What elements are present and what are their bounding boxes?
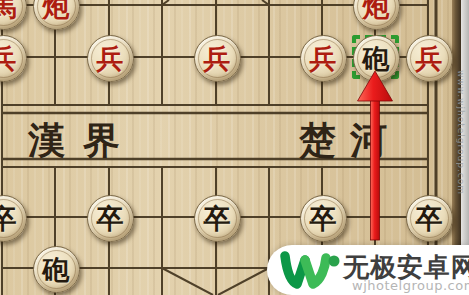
xiangqi-piece-black[interactable]: 卒 — [87, 195, 134, 242]
xiangqi-piece-red[interactable]: 兵 — [0, 35, 27, 82]
piece-glyph: 炮 — [354, 0, 399, 29]
xiangqi-piece-red[interactable]: 炮 — [353, 0, 400, 30]
piece-glyph: 馬 — [0, 0, 26, 29]
watermark-card: 无极安卓网 wjhotelgroup.com — [267, 245, 469, 295]
piece-glyph: 卒 — [88, 196, 133, 241]
xiangqi-piece-black[interactable]: 卒 — [194, 195, 241, 242]
river-label-hanjie: 漢界 — [28, 119, 138, 161]
river-label-chuhe: 楚河 — [299, 119, 401, 161]
xiangqi-piece-red[interactable]: 兵 — [87, 35, 134, 82]
xiangqi-piece-red[interactable]: 兵 — [406, 35, 453, 82]
piece-glyph: 兵 — [407, 36, 452, 81]
piece-glyph: 兵 — [0, 36, 26, 81]
xiangqi-piece-red[interactable]: 兵 — [194, 35, 241, 82]
xiangqi-piece-black[interactable]: 卒 — [300, 195, 347, 242]
xiangqi-piece-black[interactable]: 砲 — [33, 246, 80, 293]
watermark-site-url: wjhotelgroup.com — [352, 278, 469, 293]
xiangqi-piece-red[interactable]: 馬 — [0, 0, 27, 30]
piece-glyph: 砲 — [34, 247, 79, 292]
piece-glyph: 兵 — [195, 36, 240, 81]
piece-glyph: 卒 — [301, 196, 346, 241]
piece-glyph: 砲 — [354, 36, 399, 81]
piece-glyph: 兵 — [88, 36, 133, 81]
xiangqi-piece-black[interactable]: 卒 — [406, 195, 453, 242]
xiangqi-board-screenshot: www.wjhotelgroup.com — [0, 0, 469, 295]
xiangqi-piece-red[interactable]: 炮 — [33, 0, 80, 30]
piece-glyph: 卒 — [0, 196, 26, 241]
xiangqi-piece-black[interactable]: 卒 — [0, 195, 27, 242]
xiangqi-piece-black[interactable]: 砲 — [353, 35, 400, 82]
wuji-logo-icon — [280, 249, 340, 293]
piece-glyph: 炮 — [34, 0, 79, 29]
piece-glyph: 卒 — [195, 196, 240, 241]
piece-glyph: 卒 — [407, 196, 452, 241]
xiangqi-piece-red[interactable]: 兵 — [300, 35, 347, 82]
piece-glyph: 兵 — [301, 36, 346, 81]
